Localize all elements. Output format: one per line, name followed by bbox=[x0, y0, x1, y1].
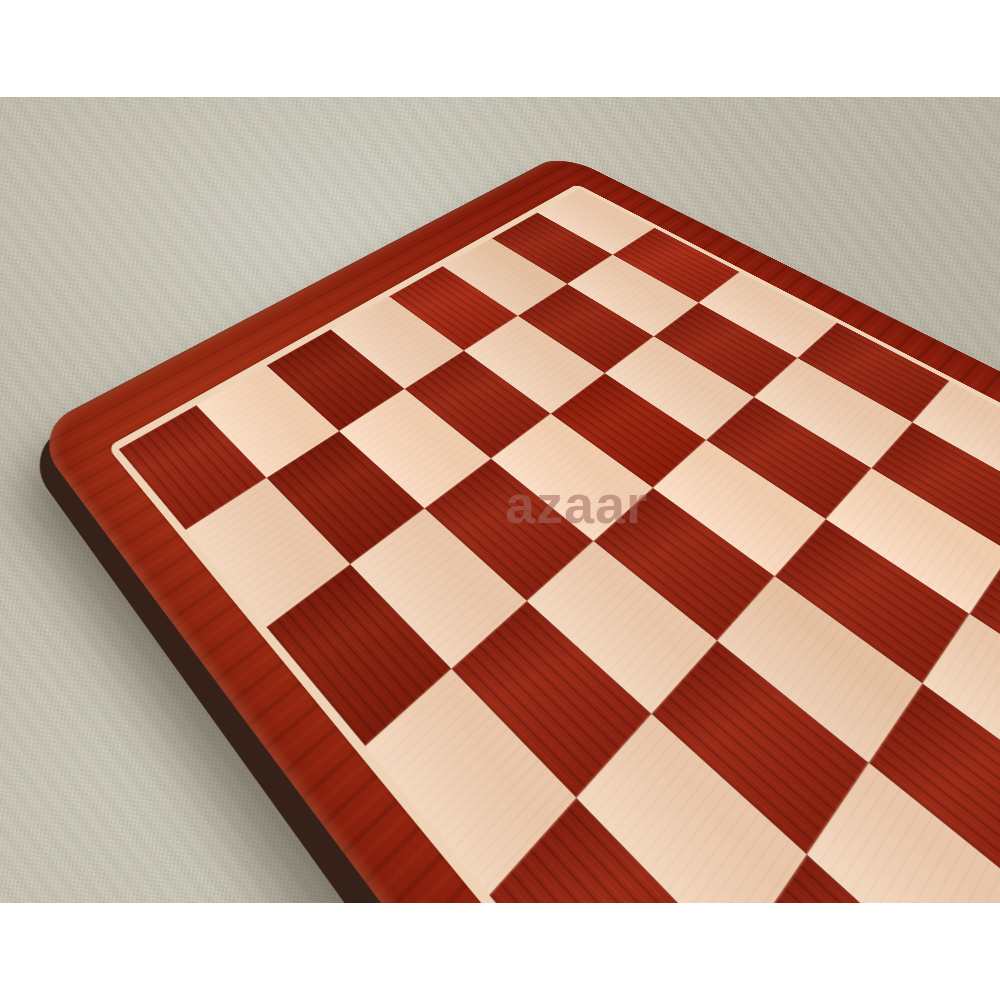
photo-background-fabric: azaar bbox=[0, 97, 1000, 903]
letterbox-bottom bbox=[0, 903, 1000, 1000]
letterbox-top bbox=[0, 0, 1000, 97]
board-inlay-line bbox=[107, 184, 1000, 903]
board-border-frame bbox=[30, 153, 1000, 903]
product-photo: azaar bbox=[0, 0, 1000, 1000]
chess-board bbox=[30, 153, 1000, 903]
board-field bbox=[119, 189, 1000, 903]
